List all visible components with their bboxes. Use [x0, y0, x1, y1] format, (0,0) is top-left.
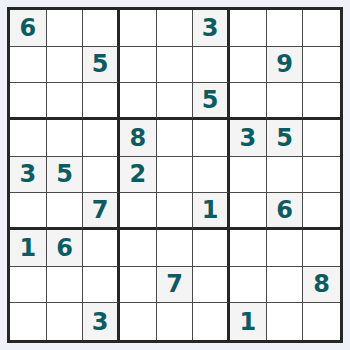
- sudoku-cell-r5c2-given[interactable]: 5: [47, 157, 84, 194]
- sudoku-cell-r2c2-empty[interactable]: [47, 47, 84, 84]
- sudoku-cell-r7c8-empty[interactable]: [267, 230, 304, 267]
- sudoku-cell-r2c3-given[interactable]: 5: [83, 47, 120, 84]
- sudoku-cell-r6c5-empty[interactable]: [157, 193, 194, 230]
- sudoku-cell-r3c8-empty[interactable]: [267, 83, 304, 120]
- sudoku-cell-r3c4-empty[interactable]: [120, 83, 157, 120]
- sudoku-cell-r5c6-empty[interactable]: [193, 157, 230, 194]
- sudoku-cell-r2c5-empty[interactable]: [157, 47, 194, 84]
- sudoku-cell-r1c3-empty[interactable]: [83, 10, 120, 47]
- sudoku-board: 63595835352716167831: [7, 7, 343, 343]
- sudoku-cell-r6c3-given[interactable]: 7: [83, 193, 120, 230]
- sudoku-cell-r1c7-empty[interactable]: [230, 10, 267, 47]
- sudoku-cell-r3c1-empty[interactable]: [10, 83, 47, 120]
- sudoku-cell-r2c7-empty[interactable]: [230, 47, 267, 84]
- sudoku-cell-r1c1-given[interactable]: 6: [10, 10, 47, 47]
- sudoku-cell-r7c1-given[interactable]: 1: [10, 230, 47, 267]
- sudoku-cell-r2c9-empty[interactable]: [303, 47, 340, 84]
- sudoku-cell-r4c2-empty[interactable]: [47, 120, 84, 157]
- sudoku-cell-r9c8-empty[interactable]: [267, 303, 304, 340]
- sudoku-cell-r7c2-given[interactable]: 6: [47, 230, 84, 267]
- sudoku-cell-r7c6-empty[interactable]: [193, 230, 230, 267]
- sudoku-cell-r5c5-empty[interactable]: [157, 157, 194, 194]
- sudoku-cell-r1c8-empty[interactable]: [267, 10, 304, 47]
- sudoku-cell-r5c1-given[interactable]: 3: [10, 157, 47, 194]
- sudoku-cell-r6c4-empty[interactable]: [120, 193, 157, 230]
- sudoku-cell-r9c6-empty[interactable]: [193, 303, 230, 340]
- sudoku-cell-r3c6-given[interactable]: 5: [193, 83, 230, 120]
- sudoku-cell-r2c6-empty[interactable]: [193, 47, 230, 84]
- sudoku-cell-r8c4-empty[interactable]: [120, 267, 157, 304]
- sudoku-cell-r3c7-empty[interactable]: [230, 83, 267, 120]
- sudoku-cell-r3c2-empty[interactable]: [47, 83, 84, 120]
- sudoku-cell-r1c6-given[interactable]: 3: [193, 10, 230, 47]
- sudoku-cell-r5c8-empty[interactable]: [267, 157, 304, 194]
- sudoku-cell-r2c8-given[interactable]: 9: [267, 47, 304, 84]
- sudoku-cell-r9c3-given[interactable]: 3: [83, 303, 120, 340]
- sudoku-cell-r4c8-given[interactable]: 5: [267, 120, 304, 157]
- sudoku-cell-r8c2-empty[interactable]: [47, 267, 84, 304]
- sudoku-cell-r2c1-empty[interactable]: [10, 47, 47, 84]
- sudoku-cell-r8c6-empty[interactable]: [193, 267, 230, 304]
- sudoku-cell-r5c4-given[interactable]: 2: [120, 157, 157, 194]
- sudoku-cell-r7c7-empty[interactable]: [230, 230, 267, 267]
- sudoku-cell-r5c3-empty[interactable]: [83, 157, 120, 194]
- sudoku-cell-r4c6-empty[interactable]: [193, 120, 230, 157]
- sudoku-cell-r6c8-given[interactable]: 6: [267, 193, 304, 230]
- sudoku-cell-r9c4-empty[interactable]: [120, 303, 157, 340]
- sudoku-cell-r9c2-empty[interactable]: [47, 303, 84, 340]
- sudoku-cell-r4c5-empty[interactable]: [157, 120, 194, 157]
- sudoku-cell-r3c3-empty[interactable]: [83, 83, 120, 120]
- sudoku-cell-r7c9-empty[interactable]: [303, 230, 340, 267]
- sudoku-cell-r4c3-empty[interactable]: [83, 120, 120, 157]
- sudoku-cell-r6c6-given[interactable]: 1: [193, 193, 230, 230]
- sudoku-cell-r2c4-empty[interactable]: [120, 47, 157, 84]
- sudoku-cell-r4c1-empty[interactable]: [10, 120, 47, 157]
- sudoku-cell-r9c1-empty[interactable]: [10, 303, 47, 340]
- sudoku-cell-r1c9-empty[interactable]: [303, 10, 340, 47]
- sudoku-cell-r1c4-empty[interactable]: [120, 10, 157, 47]
- sudoku-cell-r6c2-empty[interactable]: [47, 193, 84, 230]
- sudoku-cell-r3c9-empty[interactable]: [303, 83, 340, 120]
- sudoku-cell-r1c5-empty[interactable]: [157, 10, 194, 47]
- sudoku-cell-r6c1-empty[interactable]: [10, 193, 47, 230]
- sudoku-cell-r9c9-empty[interactable]: [303, 303, 340, 340]
- sudoku-cell-r9c5-empty[interactable]: [157, 303, 194, 340]
- sudoku-cell-r4c4-given[interactable]: 8: [120, 120, 157, 157]
- sudoku-cell-r6c7-empty[interactable]: [230, 193, 267, 230]
- sudoku-cell-r7c5-empty[interactable]: [157, 230, 194, 267]
- sudoku-cell-r8c8-empty[interactable]: [267, 267, 304, 304]
- sudoku-cell-r3c5-empty[interactable]: [157, 83, 194, 120]
- sudoku-cell-r8c9-given[interactable]: 8: [303, 267, 340, 304]
- sudoku-cell-r1c2-empty[interactable]: [47, 10, 84, 47]
- sudoku-cell-r4c9-empty[interactable]: [303, 120, 340, 157]
- sudoku-cell-r8c1-empty[interactable]: [10, 267, 47, 304]
- sudoku-cell-r7c4-empty[interactable]: [120, 230, 157, 267]
- sudoku-cell-r7c3-empty[interactable]: [83, 230, 120, 267]
- sudoku-cell-r4c7-given[interactable]: 3: [230, 120, 267, 157]
- page-background: 63595835352716167831: [0, 0, 350, 350]
- sudoku-cell-r8c3-empty[interactable]: [83, 267, 120, 304]
- sudoku-cell-r8c7-empty[interactable]: [230, 267, 267, 304]
- sudoku-cell-r8c5-given[interactable]: 7: [157, 267, 194, 304]
- sudoku-cell-r9c7-given[interactable]: 1: [230, 303, 267, 340]
- sudoku-cell-r5c9-empty[interactable]: [303, 157, 340, 194]
- sudoku-cell-r5c7-empty[interactable]: [230, 157, 267, 194]
- sudoku-cell-r6c9-empty[interactable]: [303, 193, 340, 230]
